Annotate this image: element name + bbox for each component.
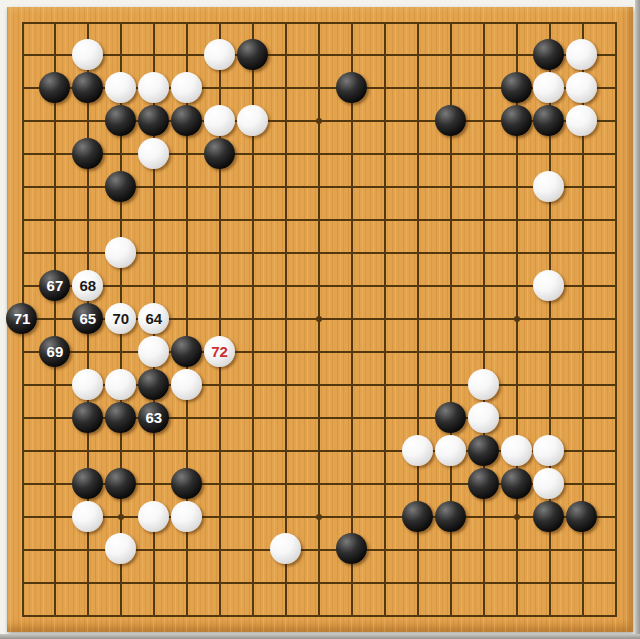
frame-shadow-bottom bbox=[0, 634, 640, 639]
black-stone[interactable] bbox=[533, 501, 564, 532]
white-stone[interactable] bbox=[468, 369, 499, 400]
black-stone[interactable]: 67 bbox=[39, 270, 70, 301]
white-stone[interactable] bbox=[138, 138, 169, 169]
white-stone[interactable] bbox=[566, 39, 597, 70]
white-stone[interactable] bbox=[138, 72, 169, 103]
move-number-label: 65 bbox=[80, 311, 97, 326]
black-stone[interactable] bbox=[204, 138, 235, 169]
white-stone[interactable] bbox=[138, 336, 169, 367]
black-stone[interactable] bbox=[435, 501, 466, 532]
white-stone[interactable] bbox=[533, 270, 564, 301]
move-number-label: 63 bbox=[145, 410, 162, 425]
black-stone[interactable]: 65 bbox=[72, 303, 103, 334]
move-number-label: 71 bbox=[14, 311, 31, 326]
white-stone[interactable] bbox=[171, 72, 202, 103]
white-stone[interactable] bbox=[72, 39, 103, 70]
white-stone[interactable] bbox=[237, 105, 268, 136]
black-stone[interactable] bbox=[501, 72, 532, 103]
black-stone[interactable]: 69 bbox=[39, 336, 70, 367]
black-stone[interactable] bbox=[138, 105, 169, 136]
white-stone[interactable] bbox=[138, 501, 169, 532]
black-stone[interactable] bbox=[435, 402, 466, 433]
move-number-label: 69 bbox=[47, 344, 64, 359]
white-stone[interactable] bbox=[468, 402, 499, 433]
black-stone[interactable] bbox=[105, 402, 136, 433]
move-number-label: 64 bbox=[145, 311, 162, 326]
frame-shadow-right bbox=[635, 0, 640, 639]
white-stone[interactable] bbox=[72, 369, 103, 400]
white-stone[interactable] bbox=[105, 369, 136, 400]
black-stone[interactable] bbox=[533, 105, 564, 136]
white-stone[interactable] bbox=[204, 39, 235, 70]
black-stone[interactable] bbox=[105, 105, 136, 136]
white-stone[interactable] bbox=[270, 533, 301, 564]
white-stone[interactable] bbox=[533, 171, 564, 202]
black-stone[interactable] bbox=[138, 369, 169, 400]
black-stone[interactable] bbox=[171, 105, 202, 136]
go-diagram: 676871657064697263 bbox=[0, 0, 640, 639]
black-stone[interactable] bbox=[171, 468, 202, 499]
white-stone[interactable] bbox=[435, 435, 466, 466]
black-stone[interactable] bbox=[468, 468, 499, 499]
white-stone[interactable] bbox=[501, 435, 532, 466]
white-stone[interactable] bbox=[566, 105, 597, 136]
black-stone[interactable] bbox=[435, 105, 466, 136]
black-stone[interactable] bbox=[39, 72, 70, 103]
white-stone[interactable]: 70 bbox=[105, 303, 136, 334]
black-stone[interactable] bbox=[533, 39, 564, 70]
black-stone[interactable] bbox=[105, 171, 136, 202]
white-stone[interactable]: 64 bbox=[138, 303, 169, 334]
black-stone[interactable] bbox=[171, 336, 202, 367]
white-stone[interactable] bbox=[105, 237, 136, 268]
white-stone[interactable] bbox=[171, 369, 202, 400]
black-stone[interactable] bbox=[501, 468, 532, 499]
black-stone[interactable]: 63 bbox=[138, 402, 169, 433]
white-stone[interactable]: 72 bbox=[204, 336, 235, 367]
black-stone[interactable] bbox=[566, 501, 597, 532]
white-stone[interactable] bbox=[105, 72, 136, 103]
white-stone[interactable] bbox=[402, 435, 433, 466]
black-stone[interactable] bbox=[72, 402, 103, 433]
white-stone[interactable] bbox=[105, 533, 136, 564]
white-stone[interactable] bbox=[533, 468, 564, 499]
black-stone[interactable] bbox=[336, 533, 367, 564]
black-stone[interactable] bbox=[468, 435, 499, 466]
black-stone[interactable] bbox=[105, 468, 136, 499]
white-stone[interactable] bbox=[204, 105, 235, 136]
white-stone[interactable]: 68 bbox=[72, 270, 103, 301]
black-stone[interactable] bbox=[501, 105, 532, 136]
move-number-label: 72 bbox=[211, 344, 228, 359]
move-number-label: 68 bbox=[80, 278, 97, 293]
black-stone[interactable] bbox=[72, 72, 103, 103]
move-number-label: 70 bbox=[112, 311, 129, 326]
white-stone[interactable] bbox=[566, 72, 597, 103]
move-number-label: 67 bbox=[47, 278, 64, 293]
stones-layer: 676871657064697263 bbox=[6, 6, 632, 632]
black-stone[interactable]: 71 bbox=[6, 303, 37, 334]
black-stone[interactable] bbox=[336, 72, 367, 103]
black-stone[interactable] bbox=[72, 468, 103, 499]
white-stone[interactable] bbox=[533, 435, 564, 466]
white-stone[interactable] bbox=[72, 501, 103, 532]
black-stone[interactable] bbox=[72, 138, 103, 169]
white-stone[interactable] bbox=[171, 501, 202, 532]
black-stone[interactable] bbox=[402, 501, 433, 532]
white-stone[interactable] bbox=[533, 72, 564, 103]
black-stone[interactable] bbox=[237, 39, 268, 70]
